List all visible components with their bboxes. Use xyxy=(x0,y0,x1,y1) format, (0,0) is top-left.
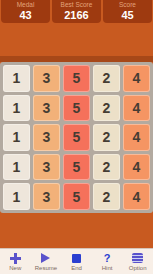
tile-1: 1 xyxy=(3,124,30,151)
play-icon xyxy=(41,253,50,264)
resume-button-label: Resume xyxy=(35,265,57,271)
option-button[interactable]: Option xyxy=(122,249,153,274)
medal-label: Medal xyxy=(17,2,35,9)
tile-2: 2 xyxy=(93,183,120,210)
tile-1: 1 xyxy=(3,183,30,210)
tile-4: 4 xyxy=(123,154,150,181)
tile-2: 2 xyxy=(93,154,120,181)
score-label: Score xyxy=(119,2,136,9)
tile-4: 4 xyxy=(123,124,150,151)
stop-icon xyxy=(72,253,81,264)
best-score-box: Best Score 2166 xyxy=(52,0,101,23)
plus-icon xyxy=(10,253,21,264)
tile-5: 5 xyxy=(63,154,90,181)
tile-3: 3 xyxy=(33,95,60,122)
resume-button[interactable]: Resume xyxy=(31,249,62,274)
tile-4: 4 xyxy=(123,95,150,122)
tile-3: 3 xyxy=(33,65,60,92)
tile-3: 3 xyxy=(33,183,60,210)
score-box: Score 45 xyxy=(103,0,152,23)
end-button-label: End xyxy=(71,265,82,271)
best-score-value: 2166 xyxy=(64,10,88,21)
tile-2: 2 xyxy=(93,65,120,92)
medal-box: Medal 43 xyxy=(1,0,50,23)
toolbar: New Resume End ? Hint Option xyxy=(0,248,153,274)
new-button-label: New xyxy=(9,265,21,271)
option-button-label: Option xyxy=(129,265,147,271)
tile-1: 1 xyxy=(3,95,30,122)
tile-5: 5 xyxy=(63,65,90,92)
question-icon: ? xyxy=(104,253,111,264)
tile-5: 5 xyxy=(63,183,90,210)
tile-3: 3 xyxy=(33,154,60,181)
best-score-label: Best Score xyxy=(61,2,93,9)
tile-4: 4 xyxy=(123,65,150,92)
hint-button-label: Hint xyxy=(102,265,113,271)
tile-4: 4 xyxy=(123,183,150,210)
medal-value: 43 xyxy=(19,10,31,21)
hint-button[interactable]: ? Hint xyxy=(92,249,123,274)
tile-1: 1 xyxy=(3,65,30,92)
menu-icon xyxy=(132,253,143,264)
end-button[interactable]: End xyxy=(61,249,92,274)
score-bar: Medal 43 Best Score 2166 Score 45 xyxy=(0,0,153,23)
game-board[interactable]: 1352413524135241352413524 xyxy=(0,62,153,213)
tile-5: 5 xyxy=(63,124,90,151)
tile-2: 2 xyxy=(93,95,120,122)
new-button[interactable]: New xyxy=(0,249,31,274)
tile-1: 1 xyxy=(3,154,30,181)
score-value: 45 xyxy=(121,10,133,21)
tile-5: 5 xyxy=(63,95,90,122)
tile-3: 3 xyxy=(33,124,60,151)
tile-2: 2 xyxy=(93,124,120,151)
